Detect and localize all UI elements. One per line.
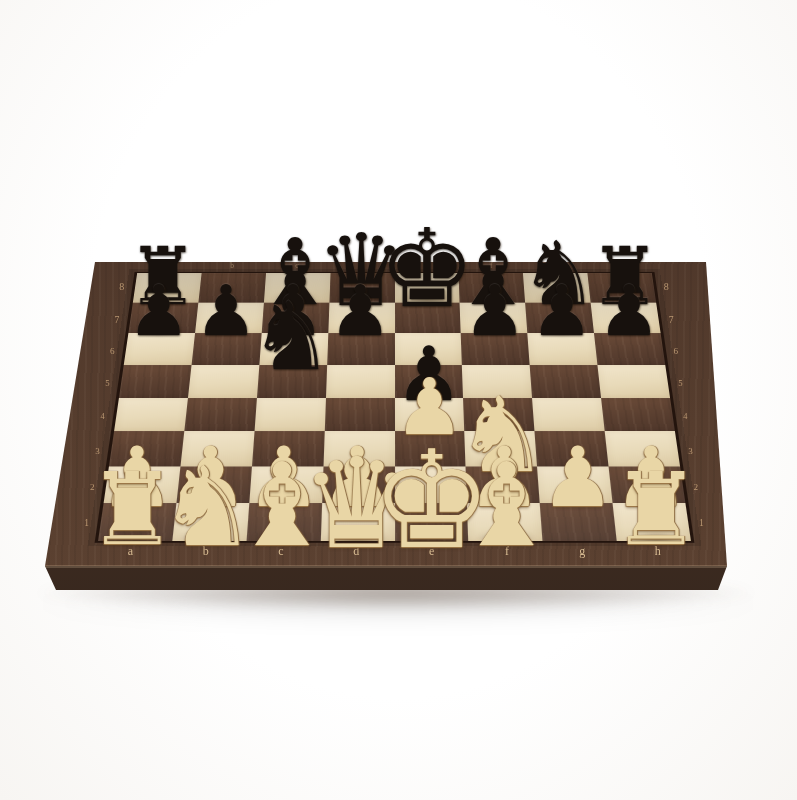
piece-shadow-d7 (342, 327, 378, 335)
piece-shadow-h1 (630, 533, 682, 544)
rank-label-left-6: 6 (100, 346, 124, 356)
square-a5 (119, 365, 191, 398)
piece-shadow-b2 (189, 496, 232, 505)
file-label-back-a: a (155, 261, 179, 270)
file-label-back-g: g (544, 261, 568, 270)
square-e7 (394, 303, 461, 334)
rank-label-left-4: 4 (91, 412, 115, 421)
file-label-back-h: h (609, 261, 633, 270)
piece-shadow-a1 (106, 533, 158, 544)
square-b6 (191, 333, 261, 365)
file-label-back-b: b (220, 261, 244, 270)
square-c5 (256, 365, 326, 398)
piece-shadow-a2 (115, 496, 158, 505)
square-b5 (187, 365, 258, 398)
piece-shadow-f7 (477, 327, 513, 335)
square-b4 (184, 398, 257, 432)
rank-label-left-7: 7 (105, 314, 129, 325)
square-g6 (527, 333, 597, 365)
file-label-back-e: e (414, 261, 438, 270)
piece-shadow-c8 (271, 294, 319, 304)
square-c4 (254, 398, 325, 432)
file-label-front-h: h (646, 544, 670, 559)
square-c3 (251, 432, 324, 467)
square-f5 (462, 365, 532, 398)
square-h5 (597, 365, 669, 398)
piece-shadow-d2 (336, 496, 379, 505)
rank-label-right-7: 7 (659, 314, 683, 325)
square-g4 (532, 398, 605, 432)
rank-label-left-3: 3 (86, 446, 110, 456)
file-label-front-a: a (118, 544, 142, 559)
square-e2 (394, 467, 467, 503)
file-label-front-d: d (344, 544, 368, 559)
piece-shadow-f3 (475, 458, 529, 469)
rank-label-right-6: 6 (664, 346, 688, 356)
piece-shadow-d1 (324, 531, 389, 545)
square-d5 (325, 365, 394, 398)
piece-shadow-g7 (544, 327, 580, 335)
square-a3 (108, 432, 183, 467)
file-label-front-g: g (570, 544, 594, 559)
file-label-back-f: f (479, 261, 503, 270)
file-label-front-b: b (194, 544, 218, 559)
square-e3 (394, 432, 465, 467)
piece-shadow-f2 (483, 496, 526, 505)
chessboard-product-photo: aabbccddeeffgghh1122334455667788 ♜♝♛♚♝♞♜… (0, 0, 797, 800)
piece-shadow-d8 (335, 294, 387, 305)
rank-label-right-5: 5 (669, 378, 693, 388)
file-label-front-e: e (420, 544, 444, 559)
rank-label-right-1: 1 (689, 518, 713, 528)
square-d3 (323, 432, 394, 467)
piece-shadow-e4 (409, 425, 450, 434)
piece-shadow-f8 (469, 294, 517, 304)
square-b3 (180, 432, 254, 467)
piece-shadow-c6 (267, 358, 316, 368)
rank-label-right-3: 3 (678, 446, 702, 456)
rank-label-left-5: 5 (95, 378, 119, 388)
square-e6 (394, 333, 462, 365)
file-label-front-f: f (495, 544, 519, 559)
square-f6 (461, 333, 530, 365)
piece-shadow-c2 (262, 496, 305, 505)
square-h3 (604, 432, 679, 467)
square-f4 (463, 398, 534, 432)
piece-shadow-g8 (536, 294, 582, 304)
piece-shadow-c1 (252, 532, 312, 545)
rank-label-right-8: 8 (654, 281, 678, 292)
chess-board-grid (94, 272, 694, 543)
rank-label-left-2: 2 (80, 482, 104, 492)
rank-label-right-2: 2 (684, 482, 708, 492)
square-d4 (324, 398, 394, 432)
square-g3 (534, 432, 608, 467)
rank-label-right-4: 4 (673, 412, 697, 421)
square-d6 (326, 333, 394, 365)
square-g1 (539, 503, 616, 541)
square-g5 (529, 365, 600, 398)
piece-shadow-c7 (275, 327, 311, 335)
rank-label-left-8: 8 (110, 281, 134, 292)
piece-shadow-b1 (178, 532, 235, 544)
piece-shadow-g2 (556, 496, 599, 505)
square-h6 (594, 333, 665, 365)
file-label-back-c: c (285, 261, 309, 270)
piece-shadow-h7 (611, 327, 647, 335)
piece-shadow-e8 (399, 293, 455, 305)
file-label-front-c: c (269, 544, 293, 559)
square-b8 (198, 273, 266, 303)
piece-shadow-b7 (208, 327, 244, 335)
square-h4 (601, 398, 675, 432)
piece-shadow-a7 (141, 327, 177, 335)
square-a4 (114, 398, 188, 432)
file-label-back-d: d (350, 261, 374, 270)
piece-shadow-h2 (629, 496, 672, 505)
square-a6 (123, 333, 194, 365)
rank-label-left-1: 1 (75, 518, 99, 528)
